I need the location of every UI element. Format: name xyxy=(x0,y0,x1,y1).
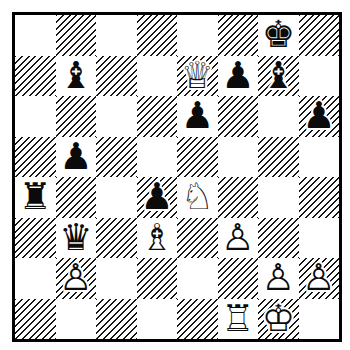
piece-white-pawn-b2[interactable]: ♟♙ xyxy=(56,258,97,299)
square-d4[interactable]: ♟♟ xyxy=(137,177,178,218)
black-bishop-icon: ♝ xyxy=(258,56,299,97)
piece-black-king-g8[interactable]: ♚♚ xyxy=(258,15,299,56)
piece-black-bishop-b7[interactable]: ♝♝ xyxy=(56,56,97,97)
black-queen-icon: ♛ xyxy=(56,218,97,259)
piece-white-pawn-g2[interactable]: ♟♙ xyxy=(258,258,299,299)
piece-black-pawn-b5[interactable]: ♟♟ xyxy=(56,137,97,178)
square-e2[interactable] xyxy=(177,258,218,299)
white-pawn-icon: ♙ xyxy=(56,258,97,299)
square-e5[interactable] xyxy=(177,137,218,178)
square-c8[interactable] xyxy=(96,15,137,56)
square-b2[interactable]: ♟♙ xyxy=(56,258,97,299)
square-d2[interactable] xyxy=(137,258,178,299)
piece-black-pawn-d4[interactable]: ♟♟ xyxy=(137,177,178,218)
piece-white-pawn-h2[interactable]: ♟♙ xyxy=(299,258,340,299)
board-frame: ♚♚♝♝♛♕♟♟♝♝♟♟♟♟♟♟♜♜♟♟♞♘♛♛♝♗♟♙♟♙♟♙♟♙♜♖♚♔ xyxy=(12,12,342,342)
square-d5[interactable] xyxy=(137,137,178,178)
square-a6[interactable] xyxy=(15,96,56,137)
chess-diagram: ♚♚♝♝♛♕♟♟♝♝♟♟♟♟♟♟♜♜♟♟♞♘♛♛♝♗♟♙♟♙♟♙♟♙♜♖♚♔ xyxy=(0,0,350,350)
black-pawn-icon: ♟ xyxy=(299,96,340,137)
square-h5[interactable] xyxy=(299,137,340,178)
square-h7[interactable] xyxy=(299,56,340,97)
black-king-icon: ♚ xyxy=(258,15,299,56)
white-knight-icon: ♘ xyxy=(177,177,218,218)
square-h6[interactable]: ♟♟ xyxy=(299,96,340,137)
square-c3[interactable] xyxy=(96,218,137,259)
piece-white-queen-e7[interactable]: ♛♕ xyxy=(177,56,218,97)
black-pawn-icon: ♟ xyxy=(137,177,178,218)
white-pawn-icon: ♙ xyxy=(218,218,259,259)
square-f8[interactable] xyxy=(218,15,259,56)
square-a3[interactable] xyxy=(15,218,56,259)
piece-white-rook-f1[interactable]: ♜♖ xyxy=(218,299,259,340)
square-d7[interactable] xyxy=(137,56,178,97)
square-h3[interactable] xyxy=(299,218,340,259)
square-e6[interactable]: ♟♟ xyxy=(177,96,218,137)
black-pawn-icon: ♟ xyxy=(177,96,218,137)
piece-black-pawn-e6[interactable]: ♟♟ xyxy=(177,96,218,137)
square-b8[interactable] xyxy=(56,15,97,56)
square-a1[interactable] xyxy=(15,299,56,340)
square-f4[interactable] xyxy=(218,177,259,218)
square-h8[interactable] xyxy=(299,15,340,56)
black-bishop-icon: ♝ xyxy=(56,56,97,97)
square-f2[interactable] xyxy=(218,258,259,299)
square-e4[interactable]: ♞♘ xyxy=(177,177,218,218)
square-b3[interactable]: ♛♛ xyxy=(56,218,97,259)
square-e3[interactable] xyxy=(177,218,218,259)
square-g5[interactable] xyxy=(258,137,299,178)
piece-black-rook-a4[interactable]: ♜♜ xyxy=(15,177,56,218)
square-f5[interactable] xyxy=(218,137,259,178)
square-d3[interactable]: ♝♗ xyxy=(137,218,178,259)
square-b6[interactable] xyxy=(56,96,97,137)
square-c4[interactable] xyxy=(96,177,137,218)
square-a7[interactable] xyxy=(15,56,56,97)
piece-white-king-g1[interactable]: ♚♔ xyxy=(258,299,299,340)
square-f3[interactable]: ♟♙ xyxy=(218,218,259,259)
piece-white-knight-e4[interactable]: ♞♘ xyxy=(177,177,218,218)
square-h2[interactable]: ♟♙ xyxy=(299,258,340,299)
square-g7[interactable]: ♝♝ xyxy=(258,56,299,97)
square-f1[interactable]: ♜♖ xyxy=(218,299,259,340)
square-f6[interactable] xyxy=(218,96,259,137)
piece-black-pawn-f7[interactable]: ♟♟ xyxy=(218,56,259,97)
square-g1[interactable]: ♚♔ xyxy=(258,299,299,340)
black-pawn-icon: ♟ xyxy=(218,56,259,97)
white-bishop-icon: ♗ xyxy=(137,218,178,259)
piece-black-queen-b3[interactable]: ♛♛ xyxy=(56,218,97,259)
square-g2[interactable]: ♟♙ xyxy=(258,258,299,299)
piece-white-pawn-f3[interactable]: ♟♙ xyxy=(218,218,259,259)
piece-white-bishop-d3[interactable]: ♝♗ xyxy=(137,218,178,259)
square-b4[interactable] xyxy=(56,177,97,218)
square-c2[interactable] xyxy=(96,258,137,299)
square-h4[interactable] xyxy=(299,177,340,218)
square-h1[interactable] xyxy=(299,299,340,340)
piece-black-bishop-g7[interactable]: ♝♝ xyxy=(258,56,299,97)
square-c6[interactable] xyxy=(96,96,137,137)
white-king-icon: ♔ xyxy=(258,299,299,340)
square-g4[interactable] xyxy=(258,177,299,218)
square-d1[interactable] xyxy=(137,299,178,340)
square-b5[interactable]: ♟♟ xyxy=(56,137,97,178)
square-c7[interactable] xyxy=(96,56,137,97)
black-pawn-icon: ♟ xyxy=(56,137,97,178)
square-g8[interactable]: ♚♚ xyxy=(258,15,299,56)
chess-board: ♚♚♝♝♛♕♟♟♝♝♟♟♟♟♟♟♜♜♟♟♞♘♛♛♝♗♟♙♟♙♟♙♟♙♜♖♚♔ xyxy=(15,15,339,339)
square-g6[interactable] xyxy=(258,96,299,137)
square-a5[interactable] xyxy=(15,137,56,178)
square-d8[interactable] xyxy=(137,15,178,56)
square-a4[interactable]: ♜♜ xyxy=(15,177,56,218)
square-e1[interactable] xyxy=(177,299,218,340)
square-c1[interactable] xyxy=(96,299,137,340)
square-c5[interactable] xyxy=(96,137,137,178)
white-queen-icon: ♕ xyxy=(177,56,218,97)
white-rook-icon: ♖ xyxy=(218,299,259,340)
square-b1[interactable] xyxy=(56,299,97,340)
square-a2[interactable] xyxy=(15,258,56,299)
square-g3[interactable] xyxy=(258,218,299,259)
square-d6[interactable] xyxy=(137,96,178,137)
white-pawn-icon: ♙ xyxy=(299,258,340,299)
square-f7[interactable]: ♟♟ xyxy=(218,56,259,97)
white-pawn-icon: ♙ xyxy=(258,258,299,299)
square-e7[interactable]: ♛♕ xyxy=(177,56,218,97)
square-a8[interactable] xyxy=(15,15,56,56)
black-rook-icon: ♜ xyxy=(15,177,56,218)
piece-black-pawn-h6[interactable]: ♟♟ xyxy=(299,96,340,137)
square-e8[interactable] xyxy=(177,15,218,56)
square-b7[interactable]: ♝♝ xyxy=(56,56,97,97)
